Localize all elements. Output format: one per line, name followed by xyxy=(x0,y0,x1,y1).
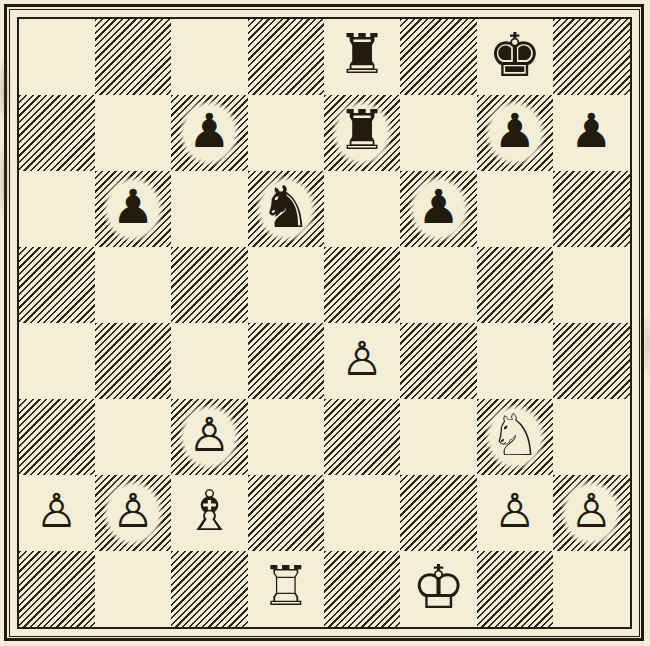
square-a1 xyxy=(19,551,95,627)
square-h5 xyxy=(553,247,629,323)
square-d1: ♖ xyxy=(248,551,324,627)
square-e5 xyxy=(324,247,400,323)
square-f1: ♔ xyxy=(400,551,476,627)
piece-black-pawn: ♟ xyxy=(570,107,612,154)
square-g6 xyxy=(477,171,553,247)
square-c6 xyxy=(171,171,247,247)
piece-black-rook: ♜ xyxy=(338,27,387,82)
piece-black-knight: ♞ xyxy=(260,178,312,236)
square-c7: ♟ xyxy=(171,95,247,171)
square-g7: ♟ xyxy=(477,95,553,171)
square-b8 xyxy=(95,19,171,95)
square-f2 xyxy=(400,475,476,551)
square-g5 xyxy=(477,247,553,323)
square-h1 xyxy=(553,551,629,627)
square-h6 xyxy=(553,171,629,247)
square-c5 xyxy=(171,247,247,323)
square-g8: ♚ xyxy=(477,19,553,95)
square-e3 xyxy=(324,399,400,475)
square-f7 xyxy=(400,95,476,171)
square-h4 xyxy=(553,323,629,399)
square-f6: ♟ xyxy=(400,171,476,247)
square-e6 xyxy=(324,171,400,247)
square-d4 xyxy=(248,323,324,399)
square-c2: ♗ xyxy=(171,475,247,551)
piece-black-pawn: ♟ xyxy=(494,107,536,154)
square-g2: ♙ xyxy=(477,475,553,551)
square-e1 xyxy=(324,551,400,627)
piece-black-pawn: ♟ xyxy=(112,183,154,230)
square-d6: ♞ xyxy=(248,171,324,247)
square-g1 xyxy=(477,551,553,627)
square-d8 xyxy=(248,19,324,95)
square-d5 xyxy=(248,247,324,323)
piece-white-pawn: ♙ xyxy=(188,411,230,458)
square-f3 xyxy=(400,399,476,475)
square-d2 xyxy=(248,475,324,551)
square-h3 xyxy=(553,399,629,475)
piece-white-bishop: ♗ xyxy=(184,483,234,539)
piece-white-pawn: ♙ xyxy=(570,487,612,534)
square-a5 xyxy=(19,247,95,323)
square-d3 xyxy=(248,399,324,475)
chess-board: ♜♚♟♜♟♟♟♞♟♙♙♘♙♙♗♙♙♖♔ xyxy=(19,19,630,627)
square-e8: ♜ xyxy=(324,19,400,95)
square-b1 xyxy=(95,551,171,627)
square-h8 xyxy=(553,19,629,95)
piece-black-rook: ♜ xyxy=(338,103,387,158)
square-b7 xyxy=(95,95,171,171)
square-c3: ♙ xyxy=(171,399,247,475)
square-e2 xyxy=(324,475,400,551)
piece-white-king: ♔ xyxy=(412,557,466,617)
square-g4 xyxy=(477,323,553,399)
square-a8 xyxy=(19,19,95,95)
square-d7 xyxy=(248,95,324,171)
square-a6 xyxy=(19,171,95,247)
square-a4 xyxy=(19,323,95,399)
square-c8 xyxy=(171,19,247,95)
square-h2: ♙ xyxy=(553,475,629,551)
piece-white-pawn: ♙ xyxy=(36,487,78,534)
square-b2: ♙ xyxy=(95,475,171,551)
square-g3: ♘ xyxy=(477,399,553,475)
square-a7 xyxy=(19,95,95,171)
square-b3 xyxy=(95,399,171,475)
square-h7: ♟ xyxy=(553,95,629,171)
square-b4 xyxy=(95,323,171,399)
piece-white-knight: ♘ xyxy=(489,406,541,464)
square-c4 xyxy=(171,323,247,399)
square-f5 xyxy=(400,247,476,323)
diagram-plate: ♜♚♟♜♟♟♟♞♟♙♙♘♙♙♗♙♙♖♔ xyxy=(0,0,650,646)
piece-black-pawn: ♟ xyxy=(188,107,230,154)
square-f8 xyxy=(400,19,476,95)
square-b5 xyxy=(95,247,171,323)
piece-white-pawn: ♙ xyxy=(341,335,383,382)
outer-frame: ♜♚♟♜♟♟♟♞♟♙♙♘♙♙♗♙♙♖♔ xyxy=(4,4,644,641)
piece-black-pawn: ♟ xyxy=(417,183,459,230)
piece-white-rook: ♖ xyxy=(261,559,310,614)
square-c1 xyxy=(171,551,247,627)
inner-frame: ♜♚♟♜♟♟♟♞♟♙♙♘♙♙♗♙♙♖♔ xyxy=(9,9,640,637)
square-a3 xyxy=(19,399,95,475)
piece-white-pawn: ♙ xyxy=(494,487,536,534)
square-a2: ♙ xyxy=(19,475,95,551)
square-e4: ♙ xyxy=(324,323,400,399)
piece-black-king: ♚ xyxy=(488,25,542,85)
square-e7: ♜ xyxy=(324,95,400,171)
square-f4 xyxy=(400,323,476,399)
board-frame: ♜♚♟♜♟♟♟♞♟♙♙♘♙♙♗♙♙♖♔ xyxy=(17,17,632,629)
square-b6: ♟ xyxy=(95,171,171,247)
piece-white-pawn: ♙ xyxy=(112,487,154,534)
